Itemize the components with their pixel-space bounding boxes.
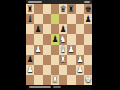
square-g3[interactable]: ♟	[76, 55, 84, 65]
square-e8[interactable]: ♛	[59, 4, 67, 14]
white-pawn-a2: ♟	[27, 65, 34, 74]
square-a4[interactable]	[26, 45, 34, 55]
square-g8[interactable]	[76, 4, 84, 14]
square-g6[interactable]	[76, 24, 84, 34]
square-a7[interactable]: ♝	[26, 14, 34, 24]
black-pawn-a3: ♟	[27, 55, 34, 64]
white-rook-e3: ♜	[60, 55, 67, 64]
square-b4[interactable]: ♟	[34, 45, 42, 55]
square-d7[interactable]	[51, 14, 59, 24]
square-f8[interactable]: ♜	[67, 4, 75, 14]
square-a2[interactable]: ♟	[26, 65, 34, 75]
square-b8[interactable]	[34, 4, 42, 14]
square-b3[interactable]	[34, 55, 42, 65]
square-e7[interactable]	[59, 14, 67, 24]
square-e6[interactable]: ♟	[59, 24, 67, 34]
window-title-text-illegible	[28, 1, 42, 3]
square-a8[interactable]: ♜	[26, 4, 34, 14]
window-controls-icon	[84, 1, 90, 3]
white-rook-d1: ♜	[52, 75, 59, 84]
square-h6[interactable]	[84, 24, 92, 34]
square-d6[interactable]	[51, 24, 59, 34]
square-d4[interactable]	[51, 45, 59, 55]
black-pawn-b6: ♟	[35, 25, 42, 34]
square-c7[interactable]	[43, 14, 51, 24]
square-f7[interactable]	[67, 14, 75, 24]
square-h5[interactable]	[84, 34, 92, 44]
square-f2[interactable]	[67, 65, 75, 75]
square-c4[interactable]	[43, 45, 51, 55]
square-d8[interactable]	[51, 4, 59, 14]
square-c2[interactable]	[43, 65, 51, 75]
square-d3[interactable]	[51, 55, 59, 65]
black-rook-a8: ♜	[27, 5, 34, 14]
square-c3[interactable]	[43, 55, 51, 65]
black-king-h8: ♚	[85, 5, 92, 14]
black-rook-f8: ♜	[68, 5, 75, 14]
white-knight-e5: ♞	[60, 35, 67, 44]
square-b6[interactable]: ♟	[34, 24, 42, 34]
square-d5[interactable]: ♟	[51, 34, 59, 44]
square-f1[interactable]	[67, 75, 75, 85]
square-d2[interactable]	[51, 65, 59, 75]
square-e1[interactable]	[59, 75, 67, 85]
black-pawn-e6: ♟	[60, 25, 67, 34]
square-a6[interactable]	[26, 24, 34, 34]
square-e4[interactable]: ♝	[59, 45, 67, 55]
square-a3[interactable]: ♟	[26, 55, 34, 65]
player-caption2-illegible	[53, 86, 61, 88]
square-h1[interactable]: ♚	[84, 75, 92, 85]
white-bishop-e4: ♝	[60, 45, 67, 54]
black-pawn-d5: ♟	[52, 35, 59, 44]
square-d1[interactable]: ♜	[51, 75, 59, 85]
square-c5[interactable]	[43, 34, 51, 44]
square-e5[interactable]: ♞	[59, 34, 67, 44]
square-f3[interactable]	[67, 55, 75, 65]
white-pawn-g3: ♟	[76, 55, 83, 64]
white-pawn-f4: ♟	[68, 45, 75, 54]
white-pawn-b4: ♟	[35, 45, 42, 54]
square-h2[interactable]	[84, 65, 92, 75]
square-c1[interactable]	[43, 75, 51, 85]
square-b2[interactable]	[34, 65, 42, 75]
square-h7[interactable]: ♟	[84, 14, 92, 24]
square-g5[interactable]	[76, 34, 84, 44]
black-bishop-a7: ♝	[27, 15, 34, 24]
black-pawn-h7: ♟	[85, 15, 92, 24]
chess-board: ♜♛♜♚♝♟♟♟♟♞♟♝♟♟♜♟♟♟♜♚	[26, 4, 92, 85]
black-queen-e8: ♛	[60, 5, 67, 14]
square-e3[interactable]: ♜	[59, 55, 67, 65]
video-frame: ♜♛♜♚♝♟♟♟♟♞♟♝♟♟♜♟♟♟♜♚	[0, 0, 120, 90]
square-b5[interactable]	[34, 34, 42, 44]
square-b7[interactable]	[34, 14, 42, 24]
square-c8[interactable]	[43, 4, 51, 14]
square-g1[interactable]	[76, 75, 84, 85]
square-b1[interactable]	[34, 75, 42, 85]
square-a1[interactable]	[26, 75, 34, 85]
white-pawn-g2: ♟	[76, 65, 83, 74]
square-g4[interactable]	[76, 45, 84, 55]
square-g7[interactable]	[76, 14, 84, 24]
square-f6[interactable]	[67, 24, 75, 34]
square-g2[interactable]: ♟	[76, 65, 84, 75]
player-caption-illegible	[29, 86, 51, 88]
square-f5[interactable]	[67, 34, 75, 44]
square-h3[interactable]	[84, 55, 92, 65]
square-c6[interactable]	[43, 24, 51, 34]
square-h8[interactable]: ♚	[84, 4, 92, 14]
status-bar	[26, 85, 92, 90]
square-a5[interactable]	[26, 34, 34, 44]
white-king-h1: ♚	[85, 75, 92, 84]
square-e2[interactable]	[59, 65, 67, 75]
square-h4[interactable]	[84, 45, 92, 55]
square-f4[interactable]: ♟	[67, 45, 75, 55]
